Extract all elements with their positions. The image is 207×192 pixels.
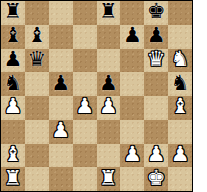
square-b7[interactable]: ♝: [25, 25, 49, 49]
piece-black-queen[interactable]: ♛: [27, 49, 46, 70]
square-h5[interactable]: ♞: [168, 72, 192, 96]
square-f4[interactable]: [120, 96, 144, 120]
piece-white-bishop[interactable]: ♝: [171, 96, 190, 117]
square-h8[interactable]: [168, 1, 192, 25]
square-c2[interactable]: [49, 144, 73, 168]
square-a2[interactable]: ♝: [1, 144, 25, 168]
square-d2[interactable]: [73, 144, 97, 168]
square-e2[interactable]: [97, 144, 121, 168]
piece-white-pawn[interactable]: ♟: [147, 144, 166, 165]
square-f7[interactable]: ♟: [120, 25, 144, 49]
piece-white-knight[interactable]: ♞: [171, 49, 190, 70]
square-h7[interactable]: [168, 25, 192, 49]
square-c5[interactable]: ♟: [49, 72, 73, 96]
piece-black-king[interactable]: ♚: [147, 1, 166, 22]
square-e3[interactable]: [97, 120, 121, 144]
piece-white-rook[interactable]: ♜: [4, 168, 23, 189]
piece-black-rook[interactable]: ♜: [99, 1, 118, 22]
piece-black-bishop[interactable]: ♝: [4, 25, 23, 46]
square-f5[interactable]: [120, 72, 144, 96]
piece-black-pawn[interactable]: ♟: [51, 73, 70, 94]
square-d8[interactable]: [73, 1, 97, 25]
piece-black-pawn[interactable]: ♟: [4, 49, 23, 70]
square-g4[interactable]: [144, 96, 168, 120]
piece-white-bishop[interactable]: ♝: [4, 144, 23, 165]
square-b8[interactable]: [25, 1, 49, 25]
square-d7[interactable]: [73, 25, 97, 49]
square-b5[interactable]: [25, 72, 49, 96]
square-d6[interactable]: [73, 49, 97, 73]
piece-black-pawn[interactable]: ♟: [147, 25, 166, 46]
square-f3[interactable]: [120, 120, 144, 144]
piece-black-knight[interactable]: ♞: [171, 73, 190, 94]
square-a6[interactable]: ♟: [1, 49, 25, 73]
piece-white-pawn[interactable]: ♟: [171, 144, 190, 165]
piece-white-pawn[interactable]: ♟: [99, 96, 118, 117]
square-c3[interactable]: ♟: [49, 120, 73, 144]
square-d4[interactable]: ♟: [73, 96, 97, 120]
square-f6[interactable]: [120, 49, 144, 73]
piece-white-queen[interactable]: ♛: [147, 49, 166, 70]
square-h6[interactable]: ♞: [168, 49, 192, 73]
square-f1[interactable]: [120, 167, 144, 191]
square-g2[interactable]: ♟: [144, 144, 168, 168]
square-g5[interactable]: [144, 72, 168, 96]
square-b6[interactable]: ♛: [25, 49, 49, 73]
square-b3[interactable]: [25, 120, 49, 144]
square-c1[interactable]: [49, 167, 73, 191]
square-c7[interactable]: [49, 25, 73, 49]
piece-white-king[interactable]: ♚: [147, 168, 166, 189]
piece-black-knight[interactable]: ♞: [4, 73, 23, 94]
square-a3[interactable]: [1, 120, 25, 144]
square-a5[interactable]: ♞: [1, 72, 25, 96]
piece-black-pawn[interactable]: ♟: [99, 73, 118, 94]
square-c6[interactable]: [49, 49, 73, 73]
piece-white-pawn[interactable]: ♟: [75, 96, 94, 117]
square-h2[interactable]: ♟: [168, 144, 192, 168]
square-a7[interactable]: ♝: [1, 25, 25, 49]
square-f2[interactable]: ♟: [120, 144, 144, 168]
square-g7[interactable]: ♟: [144, 25, 168, 49]
square-e7[interactable]: [97, 25, 121, 49]
piece-white-pawn[interactable]: ♟: [51, 120, 70, 141]
piece-white-pawn[interactable]: ♟: [123, 144, 142, 165]
square-c8[interactable]: [49, 1, 73, 25]
piece-black-rook[interactable]: ♜: [4, 1, 23, 22]
square-b4[interactable]: [25, 96, 49, 120]
square-b2[interactable]: [25, 144, 49, 168]
square-g8[interactable]: ♚: [144, 1, 168, 25]
square-d5[interactable]: [73, 72, 97, 96]
square-e1[interactable]: ♜: [97, 167, 121, 191]
square-f8[interactable]: [120, 1, 144, 25]
square-d3[interactable]: [73, 120, 97, 144]
square-g3[interactable]: [144, 120, 168, 144]
square-a8[interactable]: ♜: [1, 1, 25, 25]
square-b1[interactable]: [25, 167, 49, 191]
square-d1[interactable]: [73, 167, 97, 191]
square-h1[interactable]: [168, 167, 192, 191]
piece-black-pawn[interactable]: ♟: [123, 25, 142, 46]
square-h4[interactable]: ♝: [168, 96, 192, 120]
square-g1[interactable]: ♚: [144, 167, 168, 191]
piece-white-pawn[interactable]: ♟: [4, 96, 23, 117]
square-e6[interactable]: [97, 49, 121, 73]
piece-white-rook[interactable]: ♜: [99, 168, 118, 189]
chess-board: ♜♜♚♝♝♟♟♟♛♛♞♞♟♟♞♟♟♟♝♟♝♟♟♟♜♜♚: [0, 0, 193, 192]
square-g6[interactable]: ♛: [144, 49, 168, 73]
square-e5[interactable]: ♟: [97, 72, 121, 96]
square-e4[interactable]: ♟: [97, 96, 121, 120]
square-a1[interactable]: ♜: [1, 167, 25, 191]
piece-black-bishop[interactable]: ♝: [27, 25, 46, 46]
square-h3[interactable]: [168, 120, 192, 144]
square-c4[interactable]: [49, 96, 73, 120]
square-e8[interactable]: ♜: [97, 1, 121, 25]
square-a4[interactable]: ♟: [1, 96, 25, 120]
